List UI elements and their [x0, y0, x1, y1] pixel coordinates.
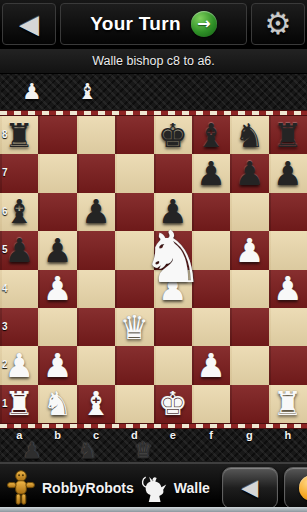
top-bar: ◀ Your Turn → ⚙: [0, 0, 307, 48]
gold-robot-avatar-icon: [6, 470, 36, 506]
green-arrow-right-icon: →: [191, 11, 217, 37]
white-lion-avatar-icon: [140, 472, 168, 504]
square-c8[interactable]: [77, 116, 115, 154]
square-e2[interactable]: [154, 346, 192, 384]
piece-black-knight-g8[interactable]: ♞: [230, 116, 268, 154]
square-d2[interactable]: [115, 346, 153, 384]
piece-white-pawn-g5[interactable]: ♟: [230, 231, 268, 269]
status-bar: Walle bishop c8 to a6.: [0, 48, 307, 74]
back-button[interactable]: ◀: [2, 3, 56, 45]
board-footer-zone: abcdefgh ♟♞♛: [0, 429, 307, 462]
rank-label-4: 4: [2, 283, 12, 294]
captured-black-tray: ♟♞♛: [0, 440, 307, 462]
piece-white-knight-e5[interactable]: ♞: [154, 238, 192, 276]
undo-back-button[interactable]: ◀: [222, 467, 278, 509]
square-h2[interactable]: [269, 346, 307, 384]
square-c7[interactable]: [77, 154, 115, 192]
captured-black-queen: ♛: [133, 440, 153, 462]
board-frame: 87654321♜♚♝♞♜♟♟♟♝♟♟♟♟♞♟♟♟♟♛♟♟♟♜♞♝♚♜: [0, 110, 307, 429]
square-f1[interactable]: [192, 385, 230, 423]
square-h6[interactable]: [269, 193, 307, 231]
square-e3[interactable]: [154, 308, 192, 346]
title-panel: Your Turn →: [60, 3, 247, 45]
gear-icon: ⚙: [265, 9, 292, 39]
menu-up-button[interactable]: ▲: [284, 467, 307, 509]
piece-white-pawn-b2[interactable]: ♟: [38, 346, 76, 384]
piece-white-pawn-b4[interactable]: ♟: [38, 270, 76, 308]
piece-white-pawn-f2[interactable]: ♟: [192, 346, 230, 384]
board: 87654321♜♚♝♞♜♟♟♟♝♟♟♟♟♞♟♟♟♟♛♟♟♟♜♞♝♚♜: [0, 116, 307, 423]
piece-black-pawn-c6[interactable]: ♟: [77, 193, 115, 231]
square-f3[interactable]: [192, 308, 230, 346]
captured-black-pawn: ♟: [22, 440, 42, 462]
left-triangle-icon: ◀: [241, 477, 258, 499]
bottom-bar: RobbyRobots Walle ◀ ▲: [0, 462, 307, 512]
square-h5[interactable]: [269, 231, 307, 269]
square-c3[interactable]: [77, 308, 115, 346]
square-b3[interactable]: [38, 308, 76, 346]
bottom-edge-strip: [0, 507, 307, 512]
square-d1[interactable]: [115, 385, 153, 423]
piece-white-pawn-h4[interactable]: ♟: [269, 270, 307, 308]
square-b7[interactable]: [38, 154, 76, 192]
rank-label-1: 1: [2, 398, 12, 409]
piece-white-bishop-c1[interactable]: ♝: [77, 385, 115, 423]
piece-black-king-e8[interactable]: ♚: [154, 116, 192, 154]
piece-black-pawn-g7[interactable]: ♟: [230, 154, 268, 192]
square-g1[interactable]: [230, 385, 268, 423]
square-b8[interactable]: [38, 116, 76, 154]
square-g2[interactable]: [230, 346, 268, 384]
rank-label-7: 7: [2, 167, 12, 178]
piece-black-rook-h8[interactable]: ♜: [269, 116, 307, 154]
square-h3[interactable]: [269, 308, 307, 346]
rank-label-3: 3: [2, 321, 12, 332]
square-d8[interactable]: [115, 116, 153, 154]
captured-black-knight: ♞: [78, 440, 98, 462]
captured-white-bishop: ♝: [78, 81, 98, 103]
piece-black-pawn-b5[interactable]: ♟: [38, 231, 76, 269]
piece-white-rook-h1[interactable]: ♜: [269, 385, 307, 423]
amber-up-triangle-icon: ▲: [299, 475, 307, 501]
square-c4[interactable]: [77, 270, 115, 308]
rank-label-5: 5: [2, 244, 12, 255]
square-g3[interactable]: [230, 308, 268, 346]
piece-black-bishop-f8[interactable]: ♝: [192, 116, 230, 154]
square-b6[interactable]: [38, 193, 76, 231]
square-c2[interactable]: [77, 346, 115, 384]
chess-app: ◀ Your Turn → ⚙ Walle bishop c8 to a6. ♟…: [0, 0, 307, 512]
rank-label-8: 8: [2, 129, 12, 140]
square-g6[interactable]: [230, 193, 268, 231]
square-g4[interactable]: [230, 270, 268, 308]
square-d7[interactable]: [115, 154, 153, 192]
piece-black-pawn-f7[interactable]: ♟: [192, 154, 230, 192]
piece-white-knight-b1[interactable]: ♞: [38, 385, 76, 423]
piece-white-king-e1[interactable]: ♚: [154, 385, 192, 423]
settings-button[interactable]: ⚙: [251, 3, 305, 45]
player1-name: RobbyRobots: [42, 480, 134, 496]
piece-black-pawn-h7[interactable]: ♟: [269, 154, 307, 192]
piece-white-queen-d3[interactable]: ♛: [115, 308, 153, 346]
page-title: Your Turn: [90, 13, 181, 35]
captured-white-pawn: ♟: [22, 81, 42, 103]
captured-white-tray: ♟♝: [0, 74, 307, 110]
rank-label-2: 2: [2, 359, 12, 370]
last-move-text: Walle bishop c8 to a6.: [92, 54, 215, 68]
player2-name: Walle: [174, 480, 210, 496]
arrow-glyph: →: [197, 16, 210, 32]
rank-label-6: 6: [2, 206, 12, 217]
square-e7[interactable]: [154, 154, 192, 192]
square-c5[interactable]: [77, 231, 115, 269]
back-icon: ◀: [19, 11, 39, 37]
